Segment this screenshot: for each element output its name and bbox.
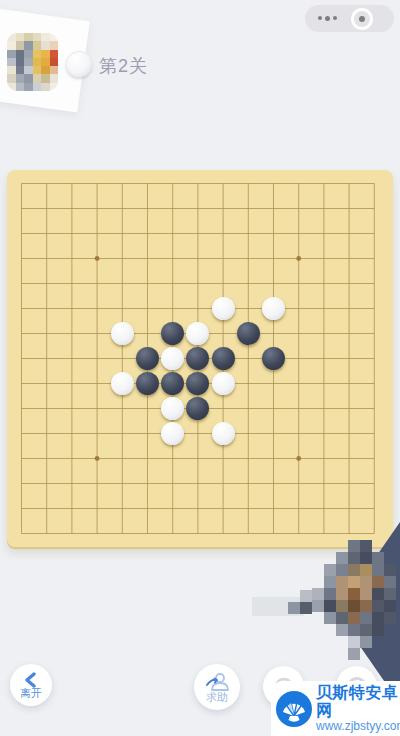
white-stone — [111, 322, 134, 345]
avatar[interactable] — [7, 33, 58, 91]
help-button[interactable]: 求助 — [194, 664, 240, 710]
help-person-icon — [205, 672, 229, 692]
star-point — [95, 256, 100, 261]
black-stone — [136, 372, 159, 395]
board[interactable] — [7, 170, 393, 547]
star-point — [296, 456, 301, 461]
watermark-site-url: www.zjbstyy.com — [316, 720, 400, 733]
wechat-capsule — [305, 5, 394, 32]
leave-button[interactable]: 离开 — [10, 664, 52, 706]
white-stone — [111, 372, 134, 395]
white-stone-icon — [66, 51, 92, 77]
black-stone — [237, 322, 260, 345]
white-stone — [212, 422, 235, 445]
minimize-icon[interactable] — [351, 8, 373, 30]
level-label: 第2关 — [99, 54, 148, 78]
back-chevron-icon — [23, 672, 39, 688]
star-point — [95, 456, 100, 461]
help-label: 求助 — [206, 692, 228, 703]
white-stone — [212, 372, 235, 395]
black-stone — [212, 347, 235, 370]
black-stone — [136, 347, 159, 370]
white-stone — [212, 297, 235, 320]
watermark-site-name: 贝斯特安卓网 — [316, 684, 400, 720]
leave-label: 离开 — [20, 688, 42, 699]
watermark-card: 贝斯特安卓网 www.zjbstyy.com — [271, 681, 400, 736]
black-stone — [262, 347, 285, 370]
shell-icon — [276, 691, 312, 727]
white-stone — [262, 297, 285, 320]
more-icon[interactable] — [305, 16, 349, 21]
star-point — [296, 256, 301, 261]
